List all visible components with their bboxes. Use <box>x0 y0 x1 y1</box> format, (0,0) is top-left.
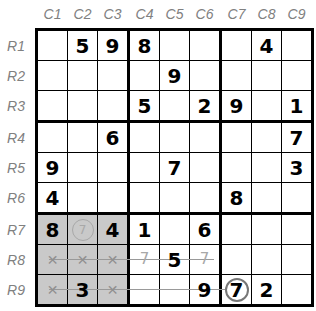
cell-r6c4[interactable] <box>130 183 159 212</box>
cell-r1c3[interactable]: 9 <box>98 31 127 60</box>
digit: 4 <box>106 220 120 240</box>
cell-r1c1[interactable] <box>38 31 67 60</box>
digit: 1 <box>138 220 152 240</box>
digit: 9 <box>230 96 244 116</box>
digit: 6 <box>198 220 212 240</box>
digit: 7 <box>168 158 182 178</box>
cell-r4c3[interactable]: 6 <box>98 123 127 152</box>
cell-r8c9[interactable] <box>282 245 311 274</box>
row-label-r2: R2 <box>7 68 25 84</box>
cell-r3c9[interactable]: 1 <box>282 91 311 120</box>
digit: 7 <box>230 280 244 300</box>
cell-r3c6[interactable]: 2 <box>190 91 219 120</box>
cell-r5c1[interactable]: 9 <box>38 153 67 182</box>
cell-r1c7[interactable] <box>222 31 251 60</box>
col-label-c2: C2 <box>74 6 92 22</box>
cell-r7c5[interactable] <box>160 215 189 244</box>
cell-r5c2[interactable] <box>68 153 97 182</box>
gray-candidate: 7 <box>140 252 150 267</box>
cell-r7c9[interactable] <box>282 215 311 244</box>
x-mark-icon: ✕ <box>47 253 59 267</box>
row-label-r9: R9 <box>7 282 25 298</box>
cell-r7c7[interactable] <box>222 215 251 244</box>
cell-r8c7[interactable] <box>222 245 251 274</box>
cell-r8c2[interactable]: ✕ <box>68 245 97 274</box>
col-label-c3: C3 <box>104 6 122 22</box>
cell-r1c9[interactable] <box>282 31 311 60</box>
row-label-r4: R4 <box>7 130 25 146</box>
cell-r3c1[interactable] <box>38 91 67 120</box>
cell-r6c2[interactable] <box>68 183 97 212</box>
cell-r4c9[interactable]: 7 <box>282 123 311 152</box>
digit: 9 <box>106 36 120 56</box>
cell-r9c5[interactable] <box>160 275 189 304</box>
col-label-c9: C9 <box>288 6 306 22</box>
cell-r9c9[interactable] <box>282 275 311 304</box>
cell-r1c2[interactable]: 5 <box>68 31 97 60</box>
row-label-r3: R3 <box>7 98 25 114</box>
cell-r8c5[interactable]: 5 <box>160 245 189 274</box>
cell-r3c5[interactable] <box>160 91 189 120</box>
x-mark-icon: ✕ <box>107 253 119 267</box>
digit: 4 <box>260 36 274 56</box>
digit: 7 <box>290 128 304 148</box>
x-mark-icon: ✕ <box>47 283 59 297</box>
cell-r9c6[interactable]: 9 <box>190 275 219 304</box>
cell-r3c8[interactable] <box>252 91 281 120</box>
cell-r2c8[interactable] <box>252 61 281 90</box>
cell-r7c3[interactable]: 4 <box>98 215 127 244</box>
cell-r3c3[interactable] <box>98 91 127 120</box>
x-mark-icon: ✕ <box>77 253 89 267</box>
cell-r7c4[interactable]: 1 <box>130 215 159 244</box>
cell-r3c2[interactable] <box>68 91 97 120</box>
cell-r4c6[interactable] <box>190 123 219 152</box>
digit: 4 <box>46 188 60 208</box>
col-label-c7: C7 <box>228 6 246 22</box>
cell-r5c6[interactable] <box>190 153 219 182</box>
cell-r2c7[interactable] <box>222 61 251 90</box>
column-labels: C1C2C3C4C5C6C7C8C9 <box>35 0 314 28</box>
cell-r2c4[interactable] <box>130 61 159 90</box>
cell-r8c3[interactable]: ✕ <box>98 245 127 274</box>
col-label-c4: C4 <box>136 6 154 22</box>
col-label-c5: C5 <box>166 6 184 22</box>
cell-r8c6[interactable]: 7 <box>190 245 219 274</box>
cell-r8c4[interactable]: 7 <box>130 245 159 274</box>
cell-r5c9[interactable]: 3 <box>282 153 311 182</box>
cell-r7c6[interactable]: 6 <box>190 215 219 244</box>
cell-r3c4[interactable]: 5 <box>130 91 159 120</box>
cell-r5c4[interactable] <box>130 153 159 182</box>
digit: 9 <box>46 158 60 178</box>
cell-r9c3[interactable]: ✕ <box>98 275 127 304</box>
cell-r4c2[interactable] <box>68 123 97 152</box>
cell-r4c4[interactable] <box>130 123 159 152</box>
cell-r1c5[interactable] <box>160 31 189 60</box>
row-label-r1: R1 <box>7 38 25 54</box>
cell-r2c3[interactable] <box>98 61 127 90</box>
digit: 3 <box>290 158 304 178</box>
cell-r9c2[interactable]: 3 <box>68 275 97 304</box>
cell-r9c7[interactable]: 7 <box>222 275 251 304</box>
digit: 3 <box>76 280 90 300</box>
cell-r9c8[interactable]: 2 <box>252 275 281 304</box>
cell-r2c1[interactable] <box>38 61 67 90</box>
cell-r6c1[interactable]: 4 <box>38 183 67 212</box>
cell-r1c4[interactable]: 8 <box>130 31 159 60</box>
cell-r3c7[interactable]: 9 <box>222 91 251 120</box>
cell-r7c1[interactable]: 8 <box>38 215 67 244</box>
cell-r2c9[interactable] <box>282 61 311 90</box>
digit: 2 <box>198 96 212 116</box>
col-label-c8: C8 <box>258 6 276 22</box>
sudoku-widget: C1C2C3C4C5C6C7C8C9 R1R2R3R4R5R6R7R8R9 59… <box>0 0 316 311</box>
cell-r4c1[interactable] <box>38 123 67 152</box>
cell-r2c6[interactable] <box>190 61 219 90</box>
digit: 5 <box>138 96 152 116</box>
digit: 5 <box>76 36 90 56</box>
digit: 1 <box>290 96 304 116</box>
cell-r1c8[interactable]: 4 <box>252 31 281 60</box>
cell-r6c7[interactable]: 8 <box>222 183 251 212</box>
digit: 9 <box>198 280 212 300</box>
cell-r5c8[interactable] <box>252 153 281 182</box>
cell-r7c8[interactable] <box>252 215 281 244</box>
cell-r5c3[interactable] <box>98 153 127 182</box>
cell-r2c2[interactable] <box>68 61 97 90</box>
cell-r6c3[interactable] <box>98 183 127 212</box>
cell-r6c9[interactable] <box>282 183 311 212</box>
cell-r6c6[interactable] <box>190 183 219 212</box>
col-label-c6: C6 <box>196 6 214 22</box>
cell-r2c5[interactable]: 9 <box>160 61 189 90</box>
cell-r9c1[interactable]: ✕ <box>38 275 67 304</box>
cell-r6c5[interactable] <box>160 183 189 212</box>
cell-r5c5[interactable]: 7 <box>160 153 189 182</box>
cell-r8c8[interactable] <box>252 245 281 274</box>
digit: 5 <box>168 250 182 270</box>
cell-r7c2[interactable] <box>68 215 97 244</box>
cell-r4c7[interactable] <box>222 123 251 152</box>
cell-r4c5[interactable] <box>160 123 189 152</box>
cell-r4c8[interactable] <box>252 123 281 152</box>
sudoku-board: 59849529167973488416✕✕✕757✕3✕9727 <box>35 28 314 307</box>
col-label-c1: C1 <box>44 6 62 22</box>
row-label-r7: R7 <box>7 222 25 238</box>
digit: 9 <box>168 66 182 86</box>
cell-r6c8[interactable] <box>252 183 281 212</box>
cell-r8c1[interactable]: ✕ <box>38 245 67 274</box>
cell-r1c6[interactable] <box>190 31 219 60</box>
row-label-r5: R5 <box>7 160 25 176</box>
digit: 8 <box>46 220 60 240</box>
cell-r9c4[interactable] <box>130 275 159 304</box>
cell-r5c7[interactable] <box>222 153 251 182</box>
row-label-r8: R8 <box>7 252 25 268</box>
row-labels: R1R2R3R4R5R6R7R8R9 <box>0 28 35 307</box>
gray-candidate: 7 <box>200 252 210 267</box>
x-mark-icon: ✕ <box>107 283 119 297</box>
row-label-r6: R6 <box>7 190 25 206</box>
digit: 2 <box>260 280 274 300</box>
digit: 8 <box>230 188 244 208</box>
digit: 6 <box>106 128 120 148</box>
digit: 8 <box>138 36 152 56</box>
